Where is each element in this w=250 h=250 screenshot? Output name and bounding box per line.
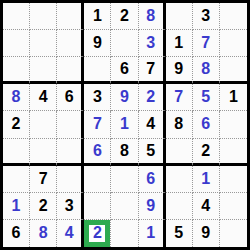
cell-r1c8[interactable]: 3 xyxy=(193,3,220,30)
cell-r5c7[interactable]: 8 xyxy=(166,111,193,138)
cell-r9c7[interactable]: 5 xyxy=(166,220,193,247)
cell-r3c6[interactable]: 7 xyxy=(139,57,166,84)
cell-r5c8[interactable]: 6 xyxy=(193,111,220,138)
cell-r6c2[interactable] xyxy=(30,139,57,166)
cell-r7c1[interactable] xyxy=(3,166,30,193)
cell-r5c3[interactable] xyxy=(57,111,84,138)
cell-r2c1[interactable] xyxy=(3,30,30,57)
cell-r8c5[interactable] xyxy=(111,193,138,220)
cell-r5c6[interactable]: 4 xyxy=(139,111,166,138)
cell-r8c3[interactable]: 3 xyxy=(57,193,84,220)
cell-r9c6[interactable]: 1 xyxy=(139,220,166,247)
cell-r5c2[interactable] xyxy=(30,111,57,138)
cell-r2c8[interactable]: 7 xyxy=(193,30,220,57)
cell-r7c3[interactable] xyxy=(57,166,84,193)
cell-r8c8[interactable]: 4 xyxy=(193,193,220,220)
cell-r3c1[interactable] xyxy=(3,57,30,84)
cell-r3c4[interactable] xyxy=(84,57,111,84)
cell-r9c8[interactable]: 9 xyxy=(193,220,220,247)
cell-r2c7[interactable]: 1 xyxy=(166,30,193,57)
cell-r1c1[interactable] xyxy=(3,3,30,30)
cell-r1c2[interactable] xyxy=(30,3,57,30)
cell-r4c6[interactable]: 2 xyxy=(139,84,166,111)
cell-r6c4[interactable]: 6 xyxy=(84,139,111,166)
cell-r7c6[interactable]: 6 xyxy=(139,166,166,193)
cell-r1c3[interactable] xyxy=(57,3,84,30)
cell-r2c9[interactable] xyxy=(220,30,247,57)
cell-r3c3[interactable] xyxy=(57,57,84,84)
cell-r9c5[interactable] xyxy=(111,220,138,247)
cell-r7c8[interactable]: 1 xyxy=(193,166,220,193)
cell-r8c2[interactable]: 2 xyxy=(30,193,57,220)
cell-r8c7[interactable] xyxy=(166,193,193,220)
cell-r9c4-selected[interactable]: 2 xyxy=(84,220,111,247)
cell-r8c6[interactable]: 9 xyxy=(139,193,166,220)
cell-r5c1[interactable]: 2 xyxy=(3,111,30,138)
cell-r1c4[interactable]: 1 xyxy=(84,3,111,30)
cell-r3c7[interactable]: 9 xyxy=(166,57,193,84)
cell-r7c4[interactable] xyxy=(84,166,111,193)
cell-r2c5[interactable] xyxy=(111,30,138,57)
cell-r4c8[interactable]: 5 xyxy=(193,84,220,111)
cell-r3c5[interactable]: 6 xyxy=(111,57,138,84)
cell-r9c1[interactable]: 6 xyxy=(3,220,30,247)
cell-r7c5[interactable] xyxy=(111,166,138,193)
cell-r6c1[interactable] xyxy=(3,139,30,166)
cell-r7c9[interactable] xyxy=(220,166,247,193)
cell-r7c7[interactable] xyxy=(166,166,193,193)
cell-r8c1[interactable]: 1 xyxy=(3,193,30,220)
cell-r4c1[interactable]: 8 xyxy=(3,84,30,111)
cell-r2c2[interactable] xyxy=(30,30,57,57)
cell-r8c9[interactable] xyxy=(220,193,247,220)
cell-r5c5[interactable]: 1 xyxy=(111,111,138,138)
cell-r8c4[interactable] xyxy=(84,193,111,220)
cell-r2c4[interactable]: 9 xyxy=(84,30,111,57)
cell-r3c8[interactable]: 8 xyxy=(193,57,220,84)
cell-r6c8[interactable]: 2 xyxy=(193,139,220,166)
cell-r9c9[interactable] xyxy=(220,220,247,247)
cell-r1c5[interactable]: 2 xyxy=(111,3,138,30)
cell-r1c9[interactable] xyxy=(220,3,247,30)
cell-r7c2[interactable]: 7 xyxy=(30,166,57,193)
cell-r6c5[interactable]: 8 xyxy=(111,139,138,166)
cell-r9c3[interactable]: 4 xyxy=(57,220,84,247)
cell-r2c3[interactable] xyxy=(57,30,84,57)
cell-r2c6[interactable]: 3 xyxy=(139,30,166,57)
cell-r6c6[interactable]: 5 xyxy=(139,139,166,166)
cell-r5c4[interactable]: 7 xyxy=(84,111,111,138)
cell-r5c9[interactable] xyxy=(220,111,247,138)
cell-r6c3[interactable] xyxy=(57,139,84,166)
cell-r4c9[interactable]: 1 xyxy=(220,84,247,111)
sudoku-board: 1283931767988463927512714866852761123946… xyxy=(0,0,250,250)
cell-r3c2[interactable] xyxy=(30,57,57,84)
cell-r4c3[interactable]: 6 xyxy=(57,84,84,111)
cell-r3c9[interactable] xyxy=(220,57,247,84)
cell-r6c7[interactable] xyxy=(166,139,193,166)
cell-r9c2[interactable]: 8 xyxy=(30,220,57,247)
cell-r4c4[interactable]: 3 xyxy=(84,84,111,111)
cell-r6c9[interactable] xyxy=(220,139,247,166)
cell-r1c7[interactable] xyxy=(166,3,193,30)
cell-r1c6[interactable]: 8 xyxy=(139,3,166,30)
cell-r4c2[interactable]: 4 xyxy=(30,84,57,111)
cell-r4c5[interactable]: 9 xyxy=(111,84,138,111)
cell-r4c7[interactable]: 7 xyxy=(166,84,193,111)
